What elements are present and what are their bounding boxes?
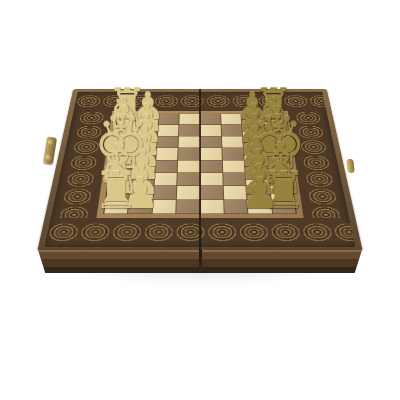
- piece-black-pawn-b7: ♟: [236, 99, 270, 137]
- piece-black-pawn-h7: ♟: [241, 172, 279, 215]
- piece-white-pawn-h2: ♟: [121, 172, 159, 215]
- piece-white-pawn-a2: ♟: [131, 88, 165, 125]
- product-photo: ♜♞♝♛♚♝♞♜♟♟♟♟♟♟♟♟♟♟♟♟♟♟♟♟♜♞♝♛♚♝♞♜: [0, 0, 400, 400]
- piece-white-bishop-f1: ♝: [96, 136, 143, 189]
- pieces-layer: ♜♞♝♛♚♝♞♜♟♟♟♟♟♟♟♟♟♟♟♟♟♟♟♟♜♞♝♛♚♝♞♜: [0, 0, 400, 400]
- piece-white-pawn-d2: ♟: [127, 121, 162, 161]
- piece-white-rook-a1: ♜: [107, 83, 147, 128]
- piece-white-rook-h1: ♜: [93, 165, 139, 216]
- piece-white-pawn-f2: ♟: [124, 146, 161, 187]
- piece-black-bishop-f8: ♝: [257, 136, 304, 189]
- piece-black-pawn-c7: ♟: [237, 110, 272, 149]
- piece-black-knight-g8: ♞: [259, 150, 306, 202]
- piece-black-rook-a8: ♜: [253, 83, 293, 128]
- piece-white-pawn-g2: ♟: [123, 158, 161, 200]
- piece-black-rook-h8: ♜: [261, 165, 307, 216]
- piece-black-pawn-e7: ♟: [238, 133, 274, 173]
- piece-white-queen-d1: ♛: [97, 107, 148, 164]
- piece-white-king-e1: ♚: [94, 116, 149, 177]
- piece-black-pawn-f7: ♟: [239, 146, 276, 187]
- piece-white-pawn-e2: ♟: [126, 133, 162, 173]
- piece-white-pawn-b2: ♟: [130, 99, 164, 137]
- piece-white-knight-b1: ♞: [104, 92, 146, 139]
- piece-black-bishop-c8: ♝: [254, 101, 299, 151]
- piece-black-pawn-a7: ♟: [235, 88, 269, 125]
- piece-black-king-e8: ♚: [251, 116, 306, 177]
- piece-black-knight-b8: ♞: [253, 92, 295, 139]
- piece-white-knight-g1: ♞: [95, 150, 142, 202]
- piece-black-pawn-g7: ♟: [240, 158, 278, 200]
- piece-black-pawn-d7: ♟: [238, 121, 273, 161]
- piece-white-pawn-c2: ♟: [128, 110, 163, 149]
- piece-black-queen-d8: ♛: [252, 107, 303, 164]
- piece-white-bishop-c1: ♝: [102, 101, 147, 151]
